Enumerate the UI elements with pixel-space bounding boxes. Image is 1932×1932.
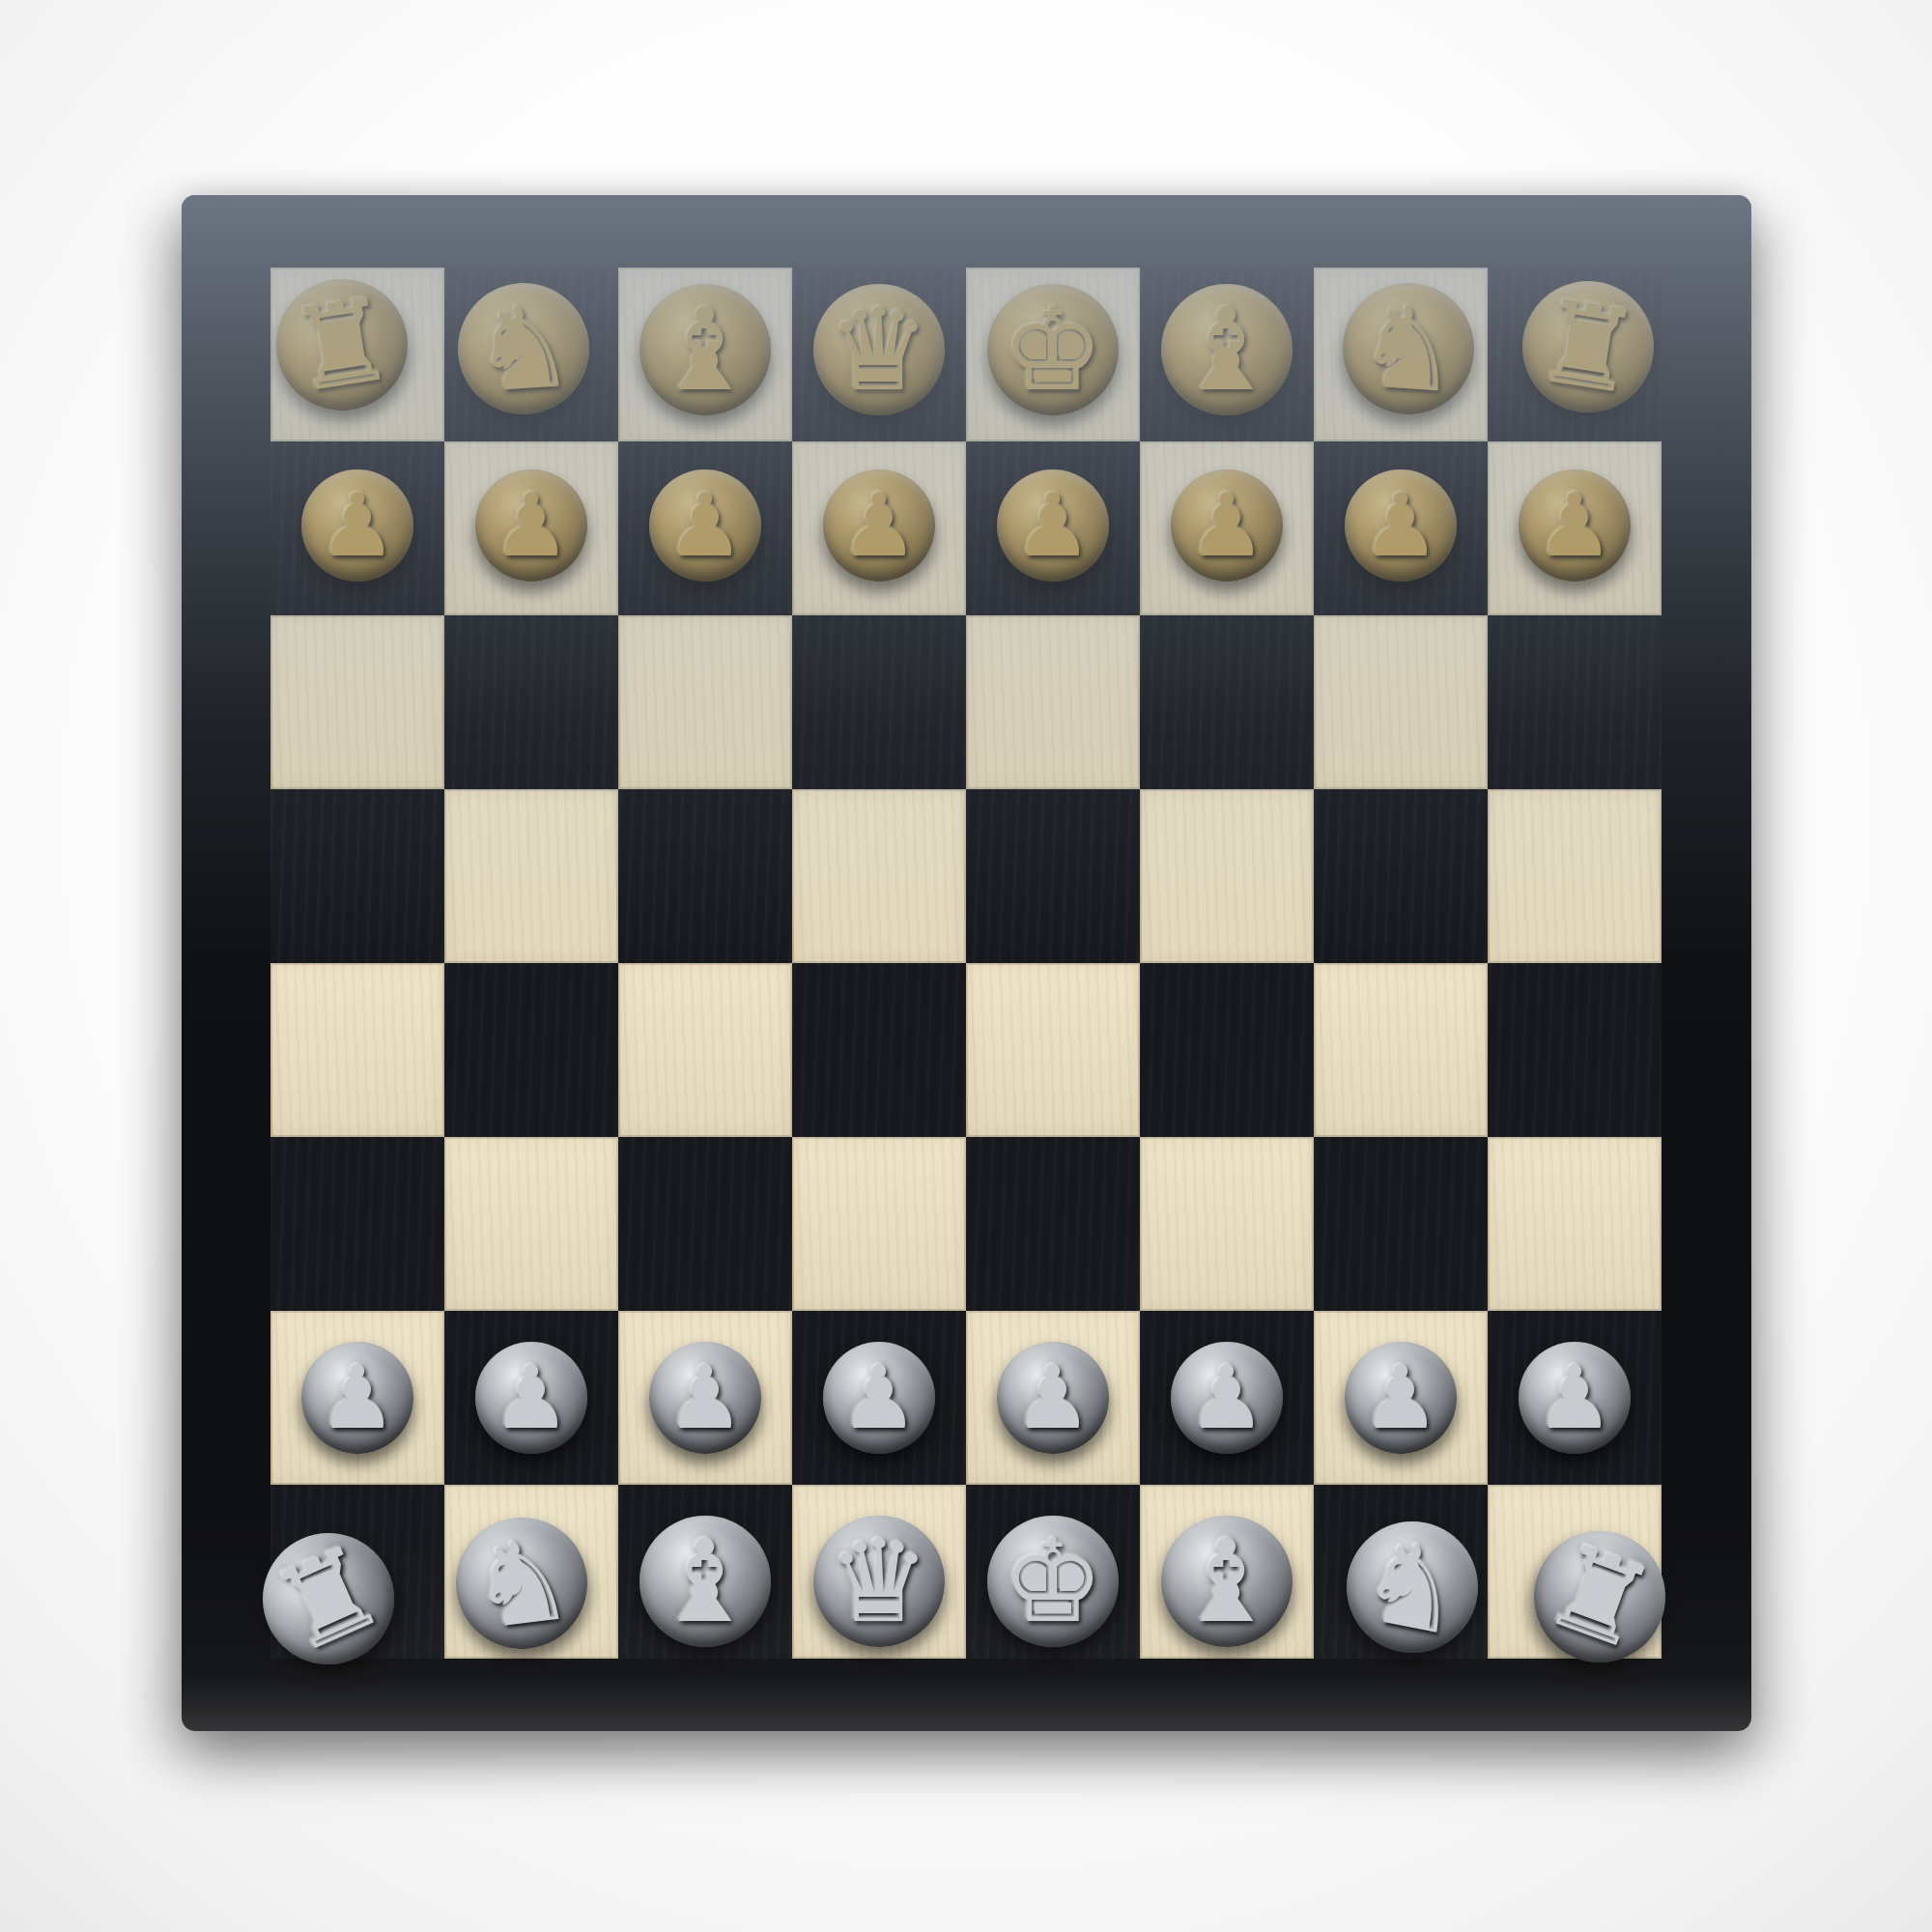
- piece-silver-pawn-f2[interactable]: ♟: [1166, 1337, 1288, 1459]
- square-e8[interactable]: ♚: [966, 268, 1140, 441]
- pawn-glyph: ♟: [1362, 1354, 1440, 1441]
- knight-glyph: ♞: [1351, 1521, 1473, 1653]
- square-c2[interactable]: ♟: [618, 1311, 792, 1485]
- square-f8[interactable]: ♝: [1140, 268, 1314, 441]
- square-g4[interactable]: [1314, 963, 1488, 1137]
- square-a5[interactable]: [270, 789, 444, 963]
- square-d4[interactable]: [792, 963, 966, 1137]
- square-d3[interactable]: [792, 1137, 966, 1311]
- square-f6[interactable]: [1140, 615, 1314, 789]
- pawn-glyph: ♟: [1014, 482, 1093, 569]
- rook-glyph: ♜: [283, 280, 402, 409]
- piece-silver-knight-g1[interactable]: ♞: [1329, 1504, 1494, 1669]
- square-b8[interactable]: ♞: [444, 268, 618, 441]
- piece-silver-pawn-c2[interactable]: ♟: [644, 1337, 766, 1459]
- square-d2[interactable]: ♟: [792, 1311, 966, 1485]
- square-h8[interactable]: ♜: [1488, 268, 1662, 441]
- piece-gold-pawn-g7[interactable]: ♟: [1340, 465, 1462, 586]
- square-b5[interactable]: [444, 789, 618, 963]
- piece-silver-pawn-g2[interactable]: ♟: [1340, 1337, 1462, 1459]
- square-a3[interactable]: [270, 1137, 444, 1311]
- square-f5[interactable]: [1140, 789, 1314, 963]
- square-e3[interactable]: [966, 1137, 1140, 1311]
- square-a7[interactable]: ♟: [270, 441, 444, 615]
- piece-gold-knight-g8[interactable]: ♞: [1333, 273, 1484, 424]
- square-g2[interactable]: ♟: [1314, 1311, 1488, 1485]
- square-e1[interactable]: ♚: [966, 1485, 1140, 1659]
- rook-glyph: ♜: [259, 1526, 399, 1672]
- piece-gold-knight-b8[interactable]: ♞: [448, 273, 599, 424]
- square-d6[interactable]: [792, 615, 966, 789]
- piece-silver-pawn-h2[interactable]: ♟: [1514, 1337, 1635, 1459]
- square-g1[interactable]: ♞: [1314, 1485, 1488, 1659]
- piece-gold-pawn-h7[interactable]: ♟: [1514, 465, 1635, 586]
- square-h6[interactable]: [1488, 615, 1662, 789]
- square-g3[interactable]: [1314, 1137, 1488, 1311]
- knight-glyph: ♞: [1353, 288, 1463, 409]
- square-g5[interactable]: [1314, 789, 1488, 963]
- square-a6[interactable]: [270, 615, 444, 789]
- square-c1[interactable]: ♝: [618, 1485, 792, 1659]
- square-b2[interactable]: ♟: [444, 1311, 618, 1485]
- piece-silver-pawn-d2[interactable]: ♟: [818, 1337, 940, 1459]
- piece-gold-pawn-e7[interactable]: ♟: [992, 465, 1114, 586]
- square-b1[interactable]: ♞: [444, 1485, 618, 1659]
- king-glyph: ♚: [1002, 293, 1104, 407]
- pawn-glyph: ♟: [667, 482, 745, 569]
- square-e5[interactable]: [966, 789, 1140, 963]
- square-f4[interactable]: [1140, 963, 1314, 1137]
- square-e4[interactable]: [966, 963, 1140, 1137]
- square-c4[interactable]: [618, 963, 792, 1137]
- square-a8[interactable]: ♜: [270, 268, 444, 441]
- pawn-glyph: ♟: [1536, 1354, 1614, 1441]
- square-d8[interactable]: ♛: [792, 268, 966, 441]
- king-glyph: ♚: [1002, 1524, 1104, 1638]
- board-grid: ♜♞♝♛♚♝♞♜♟♟♟♟♟♟♟♟♟♟♟♟♟♟♟♟♜♞♝♛♚♝♞♜: [270, 268, 1662, 1659]
- pawn-glyph: ♟: [493, 482, 571, 569]
- square-d5[interactable]: [792, 789, 966, 963]
- piece-silver-bishop-f1[interactable]: ♝: [1156, 1511, 1297, 1652]
- pawn-glyph: ♟: [1188, 482, 1266, 569]
- square-g8[interactable]: ♞: [1314, 268, 1488, 441]
- piece-silver-rook-h1[interactable]: ♜: [1509, 1506, 1690, 1687]
- square-d1[interactable]: ♛: [792, 1485, 966, 1659]
- bishop-glyph: ♝: [654, 1524, 756, 1638]
- square-a4[interactable]: [270, 963, 444, 1137]
- bishop-glyph: ♝: [1176, 293, 1278, 407]
- square-d7[interactable]: ♟: [792, 441, 966, 615]
- piece-gold-pawn-b7[interactable]: ♟: [470, 465, 592, 586]
- queen-glyph: ♛: [828, 293, 930, 407]
- square-h3[interactable]: [1488, 1137, 1662, 1311]
- square-c5[interactable]: [618, 789, 792, 963]
- piece-gold-pawn-d7[interactable]: ♟: [818, 465, 940, 586]
- square-a2[interactable]: ♟: [270, 1311, 444, 1485]
- square-b6[interactable]: [444, 615, 618, 789]
- square-h4[interactable]: [1488, 963, 1662, 1137]
- square-f2[interactable]: ♟: [1140, 1311, 1314, 1485]
- square-h2[interactable]: ♟: [1488, 1311, 1662, 1485]
- chess-board: ♜♞♝♛♚♝♞♜♟♟♟♟♟♟♟♟♟♟♟♟♟♟♟♟♜♞♝♛♚♝♞♜: [182, 195, 1751, 1731]
- square-f1[interactable]: ♝: [1140, 1485, 1314, 1659]
- piece-silver-king-e1[interactable]: ♚: [982, 1511, 1123, 1652]
- square-b3[interactable]: [444, 1137, 618, 1311]
- pawn-glyph: ♟: [1536, 482, 1614, 569]
- square-b7[interactable]: ♟: [444, 441, 618, 615]
- piece-gold-queen-d8[interactable]: ♛: [809, 279, 950, 420]
- square-h1[interactable]: ♜: [1488, 1485, 1662, 1659]
- square-g6[interactable]: [1314, 615, 1488, 789]
- bishop-glyph: ♝: [1176, 1524, 1278, 1638]
- square-h5[interactable]: [1488, 789, 1662, 963]
- pawn-glyph: ♟: [1188, 1354, 1266, 1441]
- square-e2[interactable]: ♟: [966, 1311, 1140, 1485]
- bishop-glyph: ♝: [654, 293, 756, 407]
- piece-silver-pawn-b2[interactable]: ♟: [470, 1337, 592, 1459]
- square-c3[interactable]: [618, 1137, 792, 1311]
- pawn-glyph: ♟: [667, 1354, 745, 1441]
- rook-glyph: ♜: [1529, 282, 1648, 411]
- piece-silver-knight-b1[interactable]: ♞: [443, 1505, 601, 1662]
- piece-silver-rook-a1[interactable]: ♜: [236, 1506, 422, 1692]
- square-b4[interactable]: [444, 963, 618, 1137]
- piece-gold-king-e8[interactable]: ♚: [982, 279, 1123, 420]
- piece-gold-bishop-c8[interactable]: ♝: [635, 279, 776, 420]
- pawn-glyph: ♟: [493, 1354, 571, 1441]
- knight-glyph: ♞: [469, 288, 579, 409]
- photo-background: ♜♞♝♛♚♝♞♜♟♟♟♟♟♟♟♟♟♟♟♟♟♟♟♟♜♞♝♛♚♝♞♜: [0, 0, 1932, 1932]
- piece-gold-bishop-f8[interactable]: ♝: [1156, 279, 1297, 420]
- square-g7[interactable]: ♟: [1314, 441, 1488, 615]
- piece-gold-pawn-f7[interactable]: ♟: [1166, 465, 1288, 586]
- piece-silver-bishop-c1[interactable]: ♝: [635, 1511, 776, 1652]
- knight-glyph: ♞: [464, 1520, 579, 1646]
- piece-gold-pawn-a7[interactable]: ♟: [297, 465, 418, 586]
- piece-silver-queen-d1[interactable]: ♛: [809, 1511, 950, 1652]
- pawn-glyph: ♟: [840, 1354, 919, 1441]
- piece-silver-pawn-a2[interactable]: ♟: [297, 1337, 418, 1459]
- piece-gold-rook-h8[interactable]: ♜: [1507, 266, 1668, 427]
- rook-glyph: ♜: [1532, 1525, 1667, 1667]
- piece-silver-pawn-e2[interactable]: ♟: [992, 1337, 1114, 1459]
- square-f7[interactable]: ♟: [1140, 441, 1314, 615]
- queen-glyph: ♛: [828, 1524, 930, 1638]
- pawn-glyph: ♟: [319, 1354, 397, 1441]
- pawn-glyph: ♟: [1362, 482, 1440, 569]
- square-c6[interactable]: [618, 615, 792, 789]
- piece-gold-rook-a8[interactable]: ♜: [261, 264, 422, 425]
- square-f3[interactable]: [1140, 1137, 1314, 1311]
- pawn-glyph: ♟: [319, 482, 397, 569]
- square-e6[interactable]: [966, 615, 1140, 789]
- square-h7[interactable]: ♟: [1488, 441, 1662, 615]
- square-c8[interactable]: ♝: [618, 268, 792, 441]
- pawn-glyph: ♟: [840, 482, 919, 569]
- piece-gold-pawn-c7[interactable]: ♟: [644, 465, 766, 586]
- square-a1[interactable]: ♜: [270, 1485, 444, 1659]
- square-e7[interactable]: ♟: [966, 441, 1140, 615]
- square-c7[interactable]: ♟: [618, 441, 792, 615]
- pawn-glyph: ♟: [1014, 1354, 1093, 1441]
